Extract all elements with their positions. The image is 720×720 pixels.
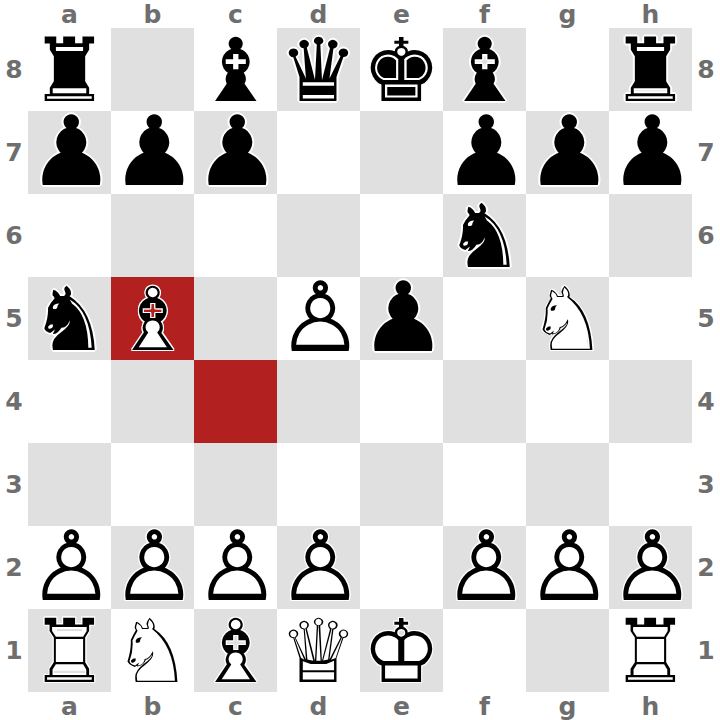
square-c4[interactable] <box>194 360 277 443</box>
chess-board-frame: abcdefgh8♜♜♝♝♛♛♚♚♝♝♜♜87♟♟♟♟♟♟♟♟♟♟♟♟76♞♞6… <box>0 0 720 720</box>
piece-fill: ♟ <box>277 277 360 360</box>
piece-fill: ♟ <box>609 111 692 194</box>
board-corner <box>692 0 720 28</box>
square-b3[interactable] <box>111 443 194 526</box>
square-d7[interactable] <box>277 111 360 194</box>
piece-glyph: ♙ <box>609 526 692 609</box>
square-a4[interactable] <box>28 360 111 443</box>
file-label-h-bottom: h <box>609 692 692 720</box>
board-corner <box>0 0 28 28</box>
piece-fill: ♛ <box>277 609 360 692</box>
square-h8[interactable]: ♜♜ <box>609 28 692 111</box>
file-label-a-bottom: a <box>28 692 111 720</box>
square-d2[interactable]: ♟♙ <box>277 526 360 609</box>
rank-label-8-left: 8 <box>0 28 28 111</box>
piece-fill: ♛ <box>277 28 360 111</box>
piece-glyph: ♙ <box>28 526 111 609</box>
square-f8[interactable]: ♝♝ <box>443 28 526 111</box>
square-e1[interactable]: ♚♔ <box>360 609 443 692</box>
piece-glyph: ♟ <box>443 111 526 194</box>
square-c6[interactable] <box>194 194 277 277</box>
black-knight[interactable]: ♞♞ <box>443 194 526 277</box>
file-label-e-bottom: e <box>360 692 443 720</box>
square-h2[interactable]: ♟♙ <box>609 526 692 609</box>
square-g2[interactable]: ♟♙ <box>526 526 609 609</box>
rank-label-2-right: 2 <box>692 526 720 609</box>
piece-glyph: ♟ <box>194 111 277 194</box>
black-pawn[interactable]: ♟♟ <box>360 277 443 360</box>
piece-glyph: ♙ <box>526 526 609 609</box>
square-e4[interactable] <box>360 360 443 443</box>
square-g8[interactable] <box>526 28 609 111</box>
piece-fill: ♟ <box>526 526 609 609</box>
white-rook[interactable]: ♜♖ <box>28 609 111 692</box>
piece-fill: ♟ <box>443 526 526 609</box>
square-a3[interactable] <box>28 443 111 526</box>
white-bishop[interactable]: ♝♗ <box>111 277 194 360</box>
black-king[interactable]: ♚♚ <box>360 28 443 111</box>
black-bishop[interactable]: ♝♝ <box>194 28 277 111</box>
file-label-c-bottom: c <box>194 692 277 720</box>
square-a8[interactable]: ♜♜ <box>28 28 111 111</box>
piece-glyph: ♛ <box>277 28 360 111</box>
file-label-f-bottom: f <box>443 692 526 720</box>
piece-glyph: ♚ <box>360 28 443 111</box>
white-pawn[interactable]: ♟♙ <box>194 526 277 609</box>
square-h3[interactable] <box>609 443 692 526</box>
square-g7[interactable]: ♟♟ <box>526 111 609 194</box>
piece-glyph: ♟ <box>28 111 111 194</box>
white-queen[interactable]: ♛♕ <box>277 609 360 692</box>
piece-glyph: ♟ <box>360 277 443 360</box>
black-queen[interactable]: ♛♛ <box>277 28 360 111</box>
piece-glyph: ♟ <box>111 111 194 194</box>
piece-fill: ♟ <box>28 526 111 609</box>
rank-label-4-right: 4 <box>692 360 720 443</box>
square-d6[interactable] <box>277 194 360 277</box>
rank-label-1-left: 1 <box>0 609 28 692</box>
piece-fill: ♜ <box>609 609 692 692</box>
rank-label-2-left: 2 <box>0 526 28 609</box>
square-h4[interactable] <box>609 360 692 443</box>
piece-glyph: ♖ <box>609 609 692 692</box>
piece-glyph: ♟ <box>609 111 692 194</box>
square-g1[interactable] <box>526 609 609 692</box>
piece-glyph: ♘ <box>111 609 194 692</box>
square-h6[interactable] <box>609 194 692 277</box>
piece-glyph: ♙ <box>443 526 526 609</box>
piece-glyph: ♙ <box>277 277 360 360</box>
file-label-g-top: g <box>526 0 609 28</box>
rank-label-1-right: 1 <box>692 609 720 692</box>
rank-label-7-left: 7 <box>0 111 28 194</box>
white-knight[interactable]: ♞♘ <box>526 277 609 360</box>
square-g3[interactable] <box>526 443 609 526</box>
rank-label-6-left: 6 <box>0 194 28 277</box>
square-a7[interactable]: ♟♟ <box>28 111 111 194</box>
piece-fill: ♞ <box>28 277 111 360</box>
file-label-e-top: e <box>360 0 443 28</box>
piece-glyph: ♔ <box>360 609 443 692</box>
white-pawn[interactable]: ♟♙ <box>609 526 692 609</box>
piece-glyph: ♙ <box>194 526 277 609</box>
piece-glyph: ♕ <box>277 609 360 692</box>
square-f2[interactable]: ♟♙ <box>443 526 526 609</box>
square-a1[interactable]: ♜♖ <box>28 609 111 692</box>
piece-fill: ♟ <box>526 111 609 194</box>
white-knight[interactable]: ♞♘ <box>111 609 194 692</box>
piece-fill: ♟ <box>277 526 360 609</box>
file-label-g-bottom: g <box>526 692 609 720</box>
square-f1[interactable] <box>443 609 526 692</box>
square-d8[interactable]: ♛♛ <box>277 28 360 111</box>
square-d4[interactable] <box>277 360 360 443</box>
chess-board: abcdefgh8♜♜♝♝♛♛♚♚♝♝♜♜87♟♟♟♟♟♟♟♟♟♟♟♟76♞♞6… <box>0 0 720 720</box>
square-g5[interactable]: ♞♘ <box>526 277 609 360</box>
file-label-c-top: c <box>194 0 277 28</box>
square-d3[interactable] <box>277 443 360 526</box>
black-pawn[interactable]: ♟♟ <box>526 111 609 194</box>
square-e5[interactable]: ♟♟ <box>360 277 443 360</box>
piece-fill: ♝ <box>111 277 194 360</box>
square-e3[interactable] <box>360 443 443 526</box>
square-b7[interactable]: ♟♟ <box>111 111 194 194</box>
file-label-h-top: h <box>609 0 692 28</box>
piece-glyph: ♘ <box>526 277 609 360</box>
white-bishop[interactable]: ♝♗ <box>194 609 277 692</box>
piece-fill: ♞ <box>443 194 526 277</box>
rank-label-3-right: 3 <box>692 443 720 526</box>
file-label-b-bottom: b <box>111 692 194 720</box>
piece-fill: ♟ <box>360 277 443 360</box>
square-e7[interactable] <box>360 111 443 194</box>
white-pawn[interactable]: ♟♙ <box>111 526 194 609</box>
rank-label-3-left: 3 <box>0 443 28 526</box>
rank-label-4-left: 4 <box>0 360 28 443</box>
white-pawn[interactable]: ♟♙ <box>443 526 526 609</box>
square-a5[interactable]: ♞♞ <box>28 277 111 360</box>
piece-fill: ♟ <box>443 111 526 194</box>
square-c8[interactable]: ♝♝ <box>194 28 277 111</box>
piece-glyph: ♜ <box>609 28 692 111</box>
file-label-b-top: b <box>111 0 194 28</box>
piece-glyph: ♝ <box>194 28 277 111</box>
black-bishop[interactable]: ♝♝ <box>443 28 526 111</box>
piece-fill: ♜ <box>609 28 692 111</box>
piece-fill: ♞ <box>111 609 194 692</box>
piece-glyph: ♞ <box>28 277 111 360</box>
square-e8[interactable]: ♚♚ <box>360 28 443 111</box>
piece-glyph: ♞ <box>443 194 526 277</box>
file-label-f-top: f <box>443 0 526 28</box>
square-c5[interactable] <box>194 277 277 360</box>
piece-glyph: ♟ <box>526 111 609 194</box>
board-corner <box>0 692 28 720</box>
piece-fill: ♝ <box>194 28 277 111</box>
black-pawn[interactable]: ♟♟ <box>111 111 194 194</box>
piece-fill: ♞ <box>526 277 609 360</box>
square-g6[interactable] <box>526 194 609 277</box>
piece-glyph: ♖ <box>28 609 111 692</box>
black-knight[interactable]: ♞♞ <box>28 277 111 360</box>
square-d5[interactable]: ♟♙ <box>277 277 360 360</box>
square-e6[interactable] <box>360 194 443 277</box>
square-a6[interactable] <box>28 194 111 277</box>
piece-glyph: ♙ <box>111 526 194 609</box>
square-b2[interactable]: ♟♙ <box>111 526 194 609</box>
square-b8[interactable] <box>111 28 194 111</box>
piece-fill: ♟ <box>194 111 277 194</box>
file-label-d-bottom: d <box>277 692 360 720</box>
rank-label-5-left: 5 <box>0 277 28 360</box>
rank-label-8-right: 8 <box>692 28 720 111</box>
white-rook[interactable]: ♜♖ <box>609 609 692 692</box>
piece-fill: ♜ <box>28 609 111 692</box>
square-d1[interactable]: ♛♕ <box>277 609 360 692</box>
file-label-d-top: d <box>277 0 360 28</box>
square-c1[interactable]: ♝♗ <box>194 609 277 692</box>
black-pawn[interactable]: ♟♟ <box>609 111 692 194</box>
square-f4[interactable] <box>443 360 526 443</box>
piece-glyph: ♙ <box>277 526 360 609</box>
piece-fill: ♟ <box>111 526 194 609</box>
square-c3[interactable] <box>194 443 277 526</box>
square-g4[interactable] <box>526 360 609 443</box>
piece-fill: ♟ <box>28 111 111 194</box>
square-c7[interactable]: ♟♟ <box>194 111 277 194</box>
square-b4[interactable] <box>111 360 194 443</box>
white-king[interactable]: ♚♔ <box>360 609 443 692</box>
white-pawn[interactable]: ♟♙ <box>526 526 609 609</box>
piece-fill: ♟ <box>111 111 194 194</box>
square-f3[interactable] <box>443 443 526 526</box>
black-pawn[interactable]: ♟♟ <box>443 111 526 194</box>
black-pawn[interactable]: ♟♟ <box>28 111 111 194</box>
piece-glyph: ♝ <box>443 28 526 111</box>
black-pawn[interactable]: ♟♟ <box>194 111 277 194</box>
square-f6[interactable]: ♞♞ <box>443 194 526 277</box>
white-pawn[interactable]: ♟♙ <box>28 526 111 609</box>
piece-fill: ♜ <box>28 28 111 111</box>
square-b5[interactable]: ♝♗ <box>111 277 194 360</box>
piece-glyph: ♜ <box>28 28 111 111</box>
rank-label-5-right: 5 <box>692 277 720 360</box>
square-h5[interactable] <box>609 277 692 360</box>
square-f5[interactable] <box>443 277 526 360</box>
piece-glyph: ♗ <box>194 609 277 692</box>
piece-fill: ♝ <box>194 609 277 692</box>
piece-fill: ♟ <box>609 526 692 609</box>
black-rook[interactable]: ♜♜ <box>28 28 111 111</box>
piece-fill: ♝ <box>443 28 526 111</box>
square-b1[interactable]: ♞♘ <box>111 609 194 692</box>
rank-label-6-right: 6 <box>692 194 720 277</box>
white-pawn[interactable]: ♟♙ <box>277 526 360 609</box>
square-f7[interactable]: ♟♟ <box>443 111 526 194</box>
square-e2[interactable] <box>360 526 443 609</box>
white-pawn[interactable]: ♟♙ <box>277 277 360 360</box>
square-b6[interactable] <box>111 194 194 277</box>
piece-glyph: ♗ <box>111 277 194 360</box>
square-h1[interactable]: ♜♖ <box>609 609 692 692</box>
piece-fill: ♚ <box>360 609 443 692</box>
square-a2[interactable]: ♟♙ <box>28 526 111 609</box>
square-h7[interactable]: ♟♟ <box>609 111 692 194</box>
rank-label-7-right: 7 <box>692 111 720 194</box>
piece-fill: ♟ <box>194 526 277 609</box>
black-rook[interactable]: ♜♜ <box>609 28 692 111</box>
board-corner <box>692 692 720 720</box>
square-c2[interactable]: ♟♙ <box>194 526 277 609</box>
file-label-a-top: a <box>28 0 111 28</box>
piece-fill: ♚ <box>360 28 443 111</box>
